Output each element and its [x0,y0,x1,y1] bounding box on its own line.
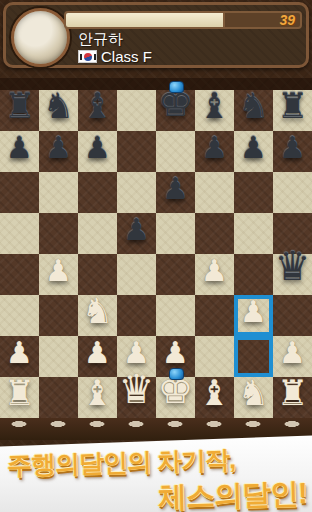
opponent-name: 안규하 [78,30,123,49]
square-e3[interactable] [156,295,195,336]
board-bottom-shelf [0,418,312,440]
square-d1[interactable]: ♛ [117,377,156,418]
timer-fill [66,13,225,27]
opponent-avatar[interactable] [11,8,70,67]
square-d6[interactable] [117,172,156,213]
square-a5[interactable] [0,213,39,254]
square-a7[interactable]: ♟ [0,131,39,172]
black-bishop-f8: ♝ [195,86,234,127]
black-knight-g8: ♞ [234,86,273,127]
white-bishop-c1: ♝ [78,373,117,414]
timer-value: 39 [279,13,295,27]
opponent-timer-bar: 39 [64,11,302,29]
black-pawn-b7: ♟ [39,127,78,168]
square-d7[interactable] [117,131,156,172]
square-c6[interactable] [78,172,117,213]
white-pawn-c2: ♟ [78,332,117,373]
square-b2[interactable] [39,336,78,377]
square-b5[interactable] [39,213,78,254]
white-pawn-g3: ♟ [234,291,273,332]
board-top-edge [0,78,312,90]
square-c5[interactable] [78,213,117,254]
square-f7[interactable]: ♟ [195,131,234,172]
opponent-panel: 39 안규하 Class F [3,2,309,68]
square-a6[interactable] [0,172,39,213]
square-e4[interactable] [156,254,195,295]
square-g8[interactable]: ♞ [234,90,273,131]
square-g3[interactable]: ♟ [234,295,273,336]
south-korea-flag-icon [78,50,97,63]
king-marker-gem-e1 [169,368,184,380]
square-h1[interactable]: ♜ [273,377,312,418]
square-h3[interactable] [273,295,312,336]
black-knight-b8: ♞ [39,86,78,127]
square-e1[interactable]: ♚ [156,377,195,418]
square-d4[interactable] [117,254,156,295]
black-rook-h8: ♜ [273,86,312,127]
square-f2[interactable] [195,336,234,377]
square-f3[interactable] [195,295,234,336]
square-b8[interactable]: ♞ [39,90,78,131]
black-pawn-d5: ♟ [117,209,156,250]
square-g5[interactable] [234,213,273,254]
square-a1[interactable]: ♜ [0,377,39,418]
square-e5[interactable] [156,213,195,254]
square-h8[interactable]: ♜ [273,90,312,131]
square-g6[interactable] [234,172,273,213]
square-h5[interactable] [273,213,312,254]
square-h4[interactable]: ♛ [273,254,312,295]
square-c8[interactable]: ♝ [78,90,117,131]
square-f8[interactable]: ♝ [195,90,234,131]
square-c3[interactable]: ♞ [78,295,117,336]
square-b4[interactable]: ♟ [39,254,78,295]
square-e7[interactable] [156,131,195,172]
square-g1[interactable]: ♞ [234,377,273,418]
square-a8[interactable]: ♜ [0,90,39,131]
white-pawn-a2: ♟ [0,332,39,373]
square-a3[interactable] [0,295,39,336]
king-marker-gem-e8 [169,81,184,93]
square-e6[interactable]: ♟ [156,172,195,213]
black-pawn-c7: ♟ [78,127,117,168]
square-b3[interactable] [39,295,78,336]
piece-bases-row [0,418,312,432]
square-d8[interactable] [117,90,156,131]
square-d2[interactable]: ♟ [117,336,156,377]
square-c1[interactable]: ♝ [78,377,117,418]
white-pawn-h2: ♟ [273,332,312,373]
square-g4[interactable] [234,254,273,295]
square-h2[interactable]: ♟ [273,336,312,377]
black-pawn-h7: ♟ [273,127,312,168]
black-pawn-e6: ♟ [156,168,195,209]
square-f6[interactable] [195,172,234,213]
black-pawn-a7: ♟ [0,127,39,168]
white-pawn-b4: ♟ [39,250,78,291]
opponent-class-label: Class F [101,48,152,65]
square-c2[interactable]: ♟ [78,336,117,377]
square-d5[interactable]: ♟ [117,213,156,254]
square-g7[interactable]: ♟ [234,131,273,172]
white-knight-c3: ♞ [78,291,117,332]
chess-board: ♜♞♝♚♝♞♜♟♟♟♟♟♟♟♟♟♟♛♞♟♟♟♟♟♟♜♝♛♚♝♞♜ [0,90,312,418]
game-screen: 39 안규하 Class F ♜♞♝♚♝♞♜♟♟♟♟♟♟♟♟♟♟♛♞♟♟♟♟♟♟… [0,0,312,512]
promo-text-line2: 체스의달인! [158,474,308,512]
square-g2[interactable] [234,336,273,377]
square-e8[interactable]: ♚ [156,90,195,131]
black-bishop-c8: ♝ [78,86,117,127]
white-pawn-d2: ♟ [117,332,156,373]
black-rook-a8: ♜ [0,86,39,127]
square-b1[interactable] [39,377,78,418]
white-bishop-f1: ♝ [195,373,234,414]
square-h6[interactable] [273,172,312,213]
opponent-class-row: Class F [78,48,152,65]
square-h7[interactable]: ♟ [273,131,312,172]
square-d3[interactable] [117,295,156,336]
black-pawn-f7: ♟ [195,127,234,168]
square-f1[interactable]: ♝ [195,377,234,418]
promo-banner[interactable]: 주행의달인의 차기작, 체스의달인! [0,434,312,512]
white-knight-g1: ♞ [234,373,273,414]
square-c4[interactable] [78,254,117,295]
square-a4[interactable] [0,254,39,295]
white-rook-h1: ♜ [273,373,312,414]
square-b6[interactable] [39,172,78,213]
square-f5[interactable] [195,213,234,254]
white-rook-a1: ♜ [0,373,39,414]
white-pawn-f4: ♟ [195,250,234,291]
white-pawn-e2: ♟ [156,332,195,373]
square-b7[interactable]: ♟ [39,131,78,172]
square-c7[interactable]: ♟ [78,131,117,172]
square-f4[interactable]: ♟ [195,254,234,295]
square-a2[interactable]: ♟ [0,336,39,377]
black-pawn-g7: ♟ [234,127,273,168]
